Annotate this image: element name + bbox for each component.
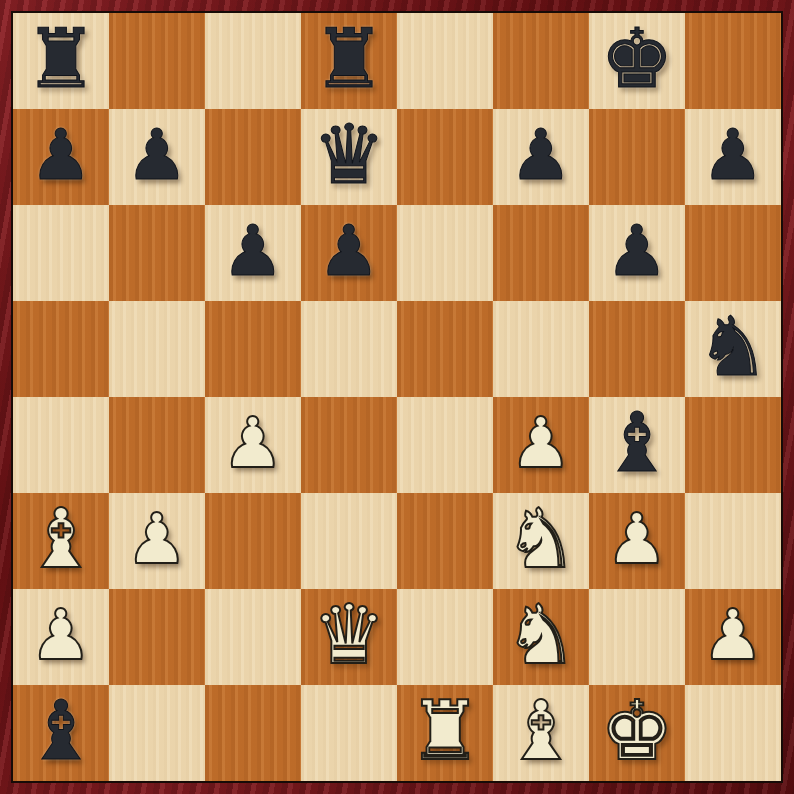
square-b7[interactable]: ♟ (109, 109, 205, 205)
square-g4[interactable]: ♝ (589, 397, 685, 493)
square-e8[interactable] (397, 13, 493, 109)
square-c4[interactable]: ♟ (205, 397, 301, 493)
square-b5[interactable] (109, 301, 205, 397)
piece-white-king-icon: ♚ (600, 685, 674, 779)
square-b2[interactable] (109, 589, 205, 685)
square-a2[interactable]: ♟ (13, 589, 109, 685)
chess-board: ♜♜♚♟♟♛♟♟♟♟♟♞♟♟♝♝♟♞♟♟♛♞♟♝♜♝♚ (11, 11, 783, 783)
piece-black-bishop-icon: ♝ (24, 685, 98, 779)
piece-black-bishop-icon: ♝ (600, 397, 674, 491)
piece-black-pawn-icon: ♟ (126, 109, 189, 203)
piece-white-knight-icon: ♞ (504, 493, 578, 587)
piece-white-rook-icon: ♜ (408, 685, 482, 779)
piece-black-pawn-icon: ♟ (30, 109, 93, 203)
square-g2[interactable] (589, 589, 685, 685)
square-c7[interactable] (205, 109, 301, 205)
square-c5[interactable] (205, 301, 301, 397)
square-c3[interactable] (205, 493, 301, 589)
square-c8[interactable] (205, 13, 301, 109)
square-b3[interactable]: ♟ (109, 493, 205, 589)
piece-white-pawn-icon: ♟ (222, 397, 285, 491)
chess-board-frame: ♜♜♚♟♟♛♟♟♟♟♟♞♟♟♝♝♟♞♟♟♛♞♟♝♜♝♚ (0, 0, 794, 794)
piece-black-pawn-icon: ♟ (702, 109, 765, 203)
square-f2[interactable]: ♞ (493, 589, 589, 685)
square-g8[interactable]: ♚ (589, 13, 685, 109)
square-d7[interactable]: ♛ (301, 109, 397, 205)
square-c1[interactable] (205, 685, 301, 781)
piece-white-pawn-icon: ♟ (702, 589, 765, 683)
piece-white-pawn-icon: ♟ (30, 589, 93, 683)
square-a6[interactable] (13, 205, 109, 301)
square-f8[interactable] (493, 13, 589, 109)
piece-black-pawn-icon: ♟ (510, 109, 573, 203)
square-b1[interactable] (109, 685, 205, 781)
piece-white-queen-icon: ♛ (312, 589, 386, 683)
square-e1[interactable]: ♜ (397, 685, 493, 781)
square-b6[interactable] (109, 205, 205, 301)
square-e2[interactable] (397, 589, 493, 685)
square-f7[interactable]: ♟ (493, 109, 589, 205)
piece-white-knight-icon: ♞ (504, 589, 578, 683)
piece-white-bishop-icon: ♝ (24, 493, 98, 587)
square-f4[interactable]: ♟ (493, 397, 589, 493)
square-f3[interactable]: ♞ (493, 493, 589, 589)
square-a7[interactable]: ♟ (13, 109, 109, 205)
square-b4[interactable] (109, 397, 205, 493)
square-g3[interactable]: ♟ (589, 493, 685, 589)
piece-black-pawn-icon: ♟ (318, 205, 381, 299)
square-f6[interactable] (493, 205, 589, 301)
piece-black-pawn-icon: ♟ (222, 205, 285, 299)
square-g1[interactable]: ♚ (589, 685, 685, 781)
square-f5[interactable] (493, 301, 589, 397)
piece-black-knight-icon: ♞ (696, 301, 770, 395)
square-d3[interactable] (301, 493, 397, 589)
piece-black-pawn-icon: ♟ (606, 205, 669, 299)
square-g5[interactable] (589, 301, 685, 397)
square-h8[interactable] (685, 13, 781, 109)
square-e5[interactable] (397, 301, 493, 397)
square-g6[interactable]: ♟ (589, 205, 685, 301)
square-f1[interactable]: ♝ (493, 685, 589, 781)
piece-white-bishop-icon: ♝ (504, 685, 578, 779)
square-a8[interactable]: ♜ (13, 13, 109, 109)
square-g7[interactable] (589, 109, 685, 205)
piece-white-pawn-icon: ♟ (510, 397, 573, 491)
square-a3[interactable]: ♝ (13, 493, 109, 589)
square-d5[interactable] (301, 301, 397, 397)
piece-white-pawn-icon: ♟ (606, 493, 669, 587)
square-h3[interactable] (685, 493, 781, 589)
square-h7[interactable]: ♟ (685, 109, 781, 205)
piece-white-pawn-icon: ♟ (126, 493, 189, 587)
square-h2[interactable]: ♟ (685, 589, 781, 685)
square-a5[interactable] (13, 301, 109, 397)
square-a4[interactable] (13, 397, 109, 493)
square-d2[interactable]: ♛ (301, 589, 397, 685)
square-d1[interactable] (301, 685, 397, 781)
square-h6[interactable] (685, 205, 781, 301)
square-e4[interactable] (397, 397, 493, 493)
square-h5[interactable]: ♞ (685, 301, 781, 397)
square-h4[interactable] (685, 397, 781, 493)
square-d6[interactable]: ♟ (301, 205, 397, 301)
piece-black-rook-icon: ♜ (24, 13, 98, 107)
square-a1[interactable]: ♝ (13, 685, 109, 781)
square-e6[interactable] (397, 205, 493, 301)
square-h1[interactable] (685, 685, 781, 781)
square-e7[interactable] (397, 109, 493, 205)
square-c6[interactable]: ♟ (205, 205, 301, 301)
piece-black-rook-icon: ♜ (312, 13, 386, 107)
square-d4[interactable] (301, 397, 397, 493)
square-d8[interactable]: ♜ (301, 13, 397, 109)
square-e3[interactable] (397, 493, 493, 589)
square-b8[interactable] (109, 13, 205, 109)
piece-black-king-icon: ♚ (600, 13, 674, 107)
square-c2[interactable] (205, 589, 301, 685)
piece-black-queen-icon: ♛ (312, 109, 386, 203)
